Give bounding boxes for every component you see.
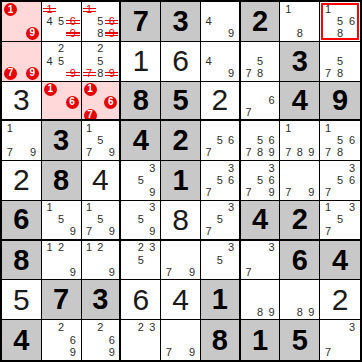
cell-r1c9-selected[interactable]: 1568 (320, 2, 360, 42)
candidate-7-circled: 7 (84, 109, 97, 122)
pencilmarks: 16 (42, 82, 81, 120)
strike-line (105, 23, 118, 24)
cell-r6c1[interactable]: 6 (2, 201, 42, 241)
candidate-4: 4 (44, 15, 56, 27)
cell-r7c1[interactable]: 8 (2, 241, 42, 281)
candidate-7: 7 (203, 147, 214, 159)
cell-r6c3[interactable]: 1579 (82, 201, 122, 241)
candidate-9: 9 (225, 67, 236, 79)
cell-r2c5[interactable]: 6 (161, 42, 201, 82)
candidate-3: 3 (266, 162, 278, 174)
pencilmarks: 56789 (241, 121, 280, 160)
pencilmarks: 15689 (82, 2, 120, 41)
strike-line (105, 75, 118, 76)
given-value: 7 (133, 7, 149, 36)
cell-r2c7[interactable]: 578 (241, 42, 281, 82)
cell-r6c7[interactable]: 4 (241, 201, 281, 241)
cell-r1c6[interactable]: 49 (201, 2, 241, 42)
candidate-9: 9 (67, 266, 79, 278)
given-value: 5 (172, 86, 188, 115)
pencilmarks: 578 (241, 42, 280, 81)
cell-r9c1[interactable]: 4 (2, 320, 42, 360)
candidate-6: 6 (346, 135, 358, 147)
cell-r2c2[interactable]: 2459 (42, 42, 82, 82)
cell-r5c6[interactable]: 3567 (201, 161, 241, 201)
candidate-8: 8 (334, 28, 346, 40)
candidate-3: 3 (147, 321, 159, 334)
cell-r7c8[interactable]: 6 (280, 241, 320, 281)
candidate-1: 1 (44, 242, 56, 254)
candidate-9: 9 (106, 226, 117, 238)
cell-r4c1[interactable]: 179 (2, 121, 42, 161)
given-value: 2 (292, 205, 308, 234)
cell-r9c2[interactable]: 269 (42, 320, 82, 360)
cell-r4c6[interactable]: 567 (201, 121, 241, 161)
candidate-2: 2 (55, 321, 67, 334)
cell-r1c8[interactable]: 18 (280, 2, 320, 42)
pencilmarks: 1579 (82, 201, 120, 239)
candidate-3: 3 (266, 242, 278, 254)
pencilmarks: 235 (121, 241, 160, 280)
candidate-7: 7 (243, 266, 255, 278)
cell-r4c5[interactable]: 2 (161, 121, 201, 161)
candidate-9: 9 (106, 147, 117, 159)
pencilmarks: 14569 (42, 2, 81, 41)
cell-r9c6[interactable]: 8 (201, 320, 241, 360)
candidate-5: 5 (55, 214, 67, 226)
cell-r6c5[interactable]: 8 (161, 201, 201, 241)
candidate-3: 3 (346, 202, 358, 214)
pencilmarks: 1568 (320, 2, 360, 41)
pencilmarks: 79 (280, 161, 319, 200)
pencilmarks: 1579 (82, 121, 120, 160)
cell-r3c6[interactable]: 2 (201, 82, 241, 122)
candidate-9-eliminated: 9 (67, 28, 79, 40)
candidate-5: 5 (334, 214, 346, 226)
pencilmarks: 19 (2, 2, 41, 41)
candidate-6: 6 (106, 334, 117, 347)
candidate-7: 7 (282, 187, 294, 199)
candidate-5: 5 (334, 135, 346, 147)
given-value: 5 (292, 326, 308, 355)
candidate-5: 5 (334, 55, 346, 67)
candidate-9: 9 (306, 306, 318, 318)
cell-r7c5[interactable]: 79 (161, 241, 201, 281)
candidate-3: 3 (147, 242, 159, 254)
pencilmarks: 67 (241, 82, 280, 120)
pencilmarks: 35 (201, 241, 239, 280)
candidate-8: 8 (334, 147, 346, 159)
candidate-6: 6 (346, 15, 358, 27)
cell-r3c1[interactable]: 3 (2, 82, 42, 122)
strike-line (66, 32, 80, 33)
candidate-1: 1 (282, 3, 294, 15)
cell-r4c7[interactable]: 56789 (241, 121, 281, 161)
given-value: 8 (133, 86, 149, 115)
candidate-2: 2 (95, 43, 106, 55)
cell-r5c4[interactable]: 359 (121, 161, 161, 201)
candidate-6: 6 (266, 135, 278, 147)
cell-r2c1[interactable]: 79 (2, 42, 42, 82)
given-value: 3 (172, 7, 188, 36)
candidate-8: 8 (254, 306, 266, 318)
cell-r6c4[interactable]: 359 (121, 201, 161, 241)
candidate-5: 5 (214, 254, 225, 266)
given-value: 4 (13, 326, 29, 355)
candidate-5: 5 (95, 15, 106, 27)
cell-r7c7[interactable]: 37 (241, 241, 281, 281)
strike-line (66, 75, 80, 76)
candidate-8: 8 (95, 67, 106, 79)
candidate-8: 8 (294, 28, 306, 40)
candidate-7: 7 (282, 147, 294, 159)
given-value: 6 (13, 205, 29, 234)
candidate-8: 8 (334, 67, 346, 79)
candidate-1: 1 (322, 3, 334, 15)
candidate-1: 1 (44, 202, 56, 214)
candidate-7: 7 (84, 147, 95, 159)
candidate-1-eliminated: 1 (84, 3, 95, 15)
strike-line (83, 8, 96, 9)
candidate-7-circled: 7 (4, 67, 17, 80)
candidate-3: 3 (147, 162, 159, 174)
cell-r3c5[interactable]: 5 (161, 82, 201, 122)
candidate-2: 2 (135, 242, 147, 254)
candidate-7: 7 (243, 147, 255, 159)
candidate-7: 7 (84, 226, 95, 238)
solved-value: 4 (92, 165, 109, 195)
candidate-2: 2 (55, 43, 67, 55)
candidate-7: 7 (322, 147, 334, 159)
candidate-2: 2 (95, 321, 106, 334)
cell-r5c8[interactable]: 79 (280, 161, 320, 201)
cell-r9c3[interactable]: 269 (82, 320, 122, 360)
candidate-8: 8 (254, 147, 266, 159)
candidate-8: 8 (254, 67, 266, 79)
candidate-5: 5 (95, 214, 106, 226)
candidate-9: 9 (266, 306, 278, 318)
strike-line (66, 72, 80, 73)
candidate-1: 1 (84, 122, 95, 134)
candidate-9: 9 (147, 187, 159, 199)
pencilmarks: 35679 (241, 161, 280, 200)
cell-r6c6[interactable]: 357 (201, 201, 241, 241)
pencilmarks: 129 (42, 241, 81, 280)
candidate-5: 5 (214, 214, 225, 226)
candidate-9: 9 (225, 28, 236, 40)
cell-r9c8[interactable]: 5 (280, 320, 320, 360)
candidate-7: 7 (322, 187, 334, 199)
strike-line (105, 35, 118, 36)
pencilmarks: 357 (201, 201, 239, 239)
strike-line (83, 75, 96, 76)
candidate-5: 5 (135, 254, 147, 266)
pencilmarks: 269 (82, 320, 120, 360)
candidate-3: 3 (346, 321, 358, 334)
given-value: 8 (212, 326, 228, 355)
pencilmarks: 25789 (82, 42, 120, 81)
cell-r7c2[interactable]: 129 (42, 241, 82, 281)
cell-r2c3[interactable]: 25789 (82, 42, 122, 82)
given-value: 7 (53, 285, 69, 314)
cell-r9c9[interactable]: 37 (320, 320, 360, 360)
cell-r8c3[interactable]: 3 (82, 280, 122, 320)
pencilmarks: 359 (121, 201, 160, 239)
cell-r5c2[interactable]: 8 (42, 161, 82, 201)
candidate-5: 5 (214, 135, 225, 147)
cell-r5c9[interactable]: 3567 (320, 161, 360, 201)
solved-value: 1 (132, 46, 149, 76)
cell-r8c5[interactable]: 4 (161, 280, 201, 320)
candidate-5: 5 (135, 214, 147, 226)
candidate-3: 3 (346, 162, 358, 174)
candidate-1-eliminated: 1 (44, 3, 56, 15)
candidate-7: 7 (203, 187, 214, 199)
pencilmarks: 37 (320, 320, 360, 360)
pencilmarks: 179 (2, 121, 41, 160)
candidate-5: 5 (254, 174, 266, 186)
given-value: 1 (212, 285, 228, 314)
candidate-5: 5 (334, 174, 346, 186)
solved-value: 8 (172, 205, 189, 235)
candidate-6: 6 (67, 334, 79, 347)
candidate-7: 7 (4, 147, 16, 159)
candidate-9: 9 (266, 147, 278, 159)
solved-value: 5 (13, 285, 30, 315)
candidate-6: 6 (266, 174, 278, 186)
cell-r3c9[interactable]: 9 (320, 82, 360, 122)
strike-line (83, 72, 96, 73)
candidate-7: 7 (163, 266, 175, 278)
given-value: 3 (292, 47, 308, 76)
candidate-4: 4 (44, 55, 56, 67)
candidate-9: 9 (147, 226, 159, 238)
cell-r5c3[interactable]: 4 (82, 161, 122, 201)
candidate-9-eliminated: 9 (106, 28, 117, 40)
candidate-6-eliminated: 6 (106, 15, 117, 27)
candidate-8: 8 (294, 306, 306, 318)
pencilmarks: 1789 (280, 121, 319, 160)
sudoku-board: 1914569156897349218156879245925789164957… (0, 0, 362, 362)
given-value: 3 (53, 126, 69, 155)
cell-r1c5[interactable]: 3 (161, 2, 201, 42)
strike-line (66, 35, 80, 36)
cell-r6c9[interactable]: 1357 (320, 201, 360, 241)
cell-r2c6[interactable]: 49 (201, 42, 241, 82)
given-value: 4 (292, 86, 308, 115)
candidate-8: 8 (294, 147, 306, 159)
cell-r3c4[interactable]: 8 (121, 82, 161, 122)
candidate-7: 7 (243, 106, 255, 118)
candidate-7: 7 (203, 226, 214, 238)
pencilmarks: 359 (121, 161, 160, 200)
pencilmarks: 79 (161, 241, 200, 280)
cell-r6c2[interactable]: 159 (42, 201, 82, 241)
strike-line (105, 32, 118, 33)
cell-r8c8[interactable]: 89 (280, 280, 320, 320)
candidate-9: 9 (27, 147, 39, 159)
candidate-5: 5 (55, 55, 67, 67)
cell-r4c2[interactable]: 3 (42, 121, 82, 161)
cell-r9c7[interactable]: 1 (241, 320, 281, 360)
candidate-9: 9 (106, 346, 117, 359)
candidate-9: 9 (266, 187, 278, 199)
strike-line (43, 11, 57, 12)
candidate-3: 3 (225, 162, 236, 174)
candidate-9: 9 (306, 147, 318, 159)
candidate-9: 9 (106, 266, 117, 278)
pencilmarks: 567 (201, 121, 239, 160)
cell-r9c4[interactable]: 23 (121, 320, 161, 360)
strike-line (43, 8, 57, 9)
candidate-5: 5 (135, 174, 147, 186)
pencilmarks: 79 (2, 42, 41, 81)
pencilmarks: 159 (42, 201, 81, 239)
given-value: 2 (172, 126, 188, 155)
candidate-4: 4 (203, 15, 214, 27)
cell-r4c9[interactable]: 15678 (320, 121, 360, 161)
pencilmarks: 2459 (42, 42, 81, 81)
candidate-7: 7 (322, 226, 334, 238)
given-value: 4 (133, 126, 149, 155)
cell-r2c8[interactable]: 3 (280, 42, 320, 82)
pencilmarks: 578 (320, 42, 360, 81)
cell-r8c1[interactable]: 5 (2, 280, 42, 320)
strike-line (66, 23, 80, 24)
solved-value: 4 (172, 285, 189, 315)
solved-value: 6 (132, 285, 149, 315)
candidate-5: 5 (55, 15, 67, 27)
cell-r1c1[interactable]: 19 (2, 2, 42, 42)
given-value: 2 (252, 7, 268, 36)
candidate-5: 5 (334, 15, 346, 27)
candidate-5: 5 (95, 135, 106, 147)
cell-r4c3[interactable]: 1579 (82, 121, 122, 161)
given-value: 8 (13, 246, 29, 275)
candidate-9: 9 (306, 187, 318, 199)
candidate-7: 7 (322, 346, 334, 359)
candidate-3: 3 (225, 202, 236, 214)
candidate-9-eliminated: 9 (106, 67, 117, 79)
candidate-5: 5 (254, 135, 266, 147)
cell-r3c2[interactable]: 16 (42, 82, 82, 122)
cell-r1c4[interactable]: 7 (121, 2, 161, 42)
strike-line (105, 72, 118, 73)
pencilmarks: 1357 (320, 201, 360, 239)
candidate-6: 6 (225, 174, 236, 186)
candidate-1: 1 (84, 202, 95, 214)
pencilmarks: 15678 (320, 121, 360, 160)
cell-r1c2[interactable]: 14569 (42, 2, 82, 42)
pencilmarks: 3567 (320, 161, 360, 200)
cell-r6c8[interactable]: 2 (280, 201, 320, 241)
candidate-2: 2 (55, 242, 67, 254)
candidate-1: 1 (282, 122, 294, 134)
cell-r8c4[interactable]: 6 (121, 280, 161, 320)
pencilmarks: 89 (280, 280, 319, 319)
strike-line (83, 11, 96, 12)
given-value: 4 (252, 205, 268, 234)
strike-line (105, 20, 118, 21)
pencilmarks: 49 (201, 42, 239, 81)
solved-value: 6 (172, 46, 189, 76)
cell-r7c3[interactable]: 129 (82, 241, 122, 281)
pencilmarks: 129 (82, 241, 120, 280)
cell-r1c3[interactable]: 15689 (82, 2, 122, 42)
candidate-7: 7 (322, 67, 334, 79)
cell-r2c4[interactable]: 1 (121, 42, 161, 82)
candidate-9-eliminated: 9 (67, 67, 79, 79)
candidate-6-circled: 6 (66, 96, 79, 109)
pencilmarks: 269 (42, 320, 81, 360)
cell-r1c7[interactable]: 2 (241, 2, 281, 42)
cell-r9c5[interactable]: 79 (161, 320, 201, 360)
candidate-9: 9 (67, 346, 79, 359)
cell-r4c8[interactable]: 1789 (280, 121, 320, 161)
cell-r5c7[interactable]: 35679 (241, 161, 281, 201)
pencilmarks: 37 (241, 241, 280, 280)
cell-r2c9[interactable]: 578 (320, 42, 360, 82)
candidate-7: 7 (243, 67, 255, 79)
candidate-7-eliminated: 7 (84, 67, 95, 79)
cell-r5c1[interactable]: 2 (2, 161, 42, 201)
candidate-6-circled: 6 (104, 96, 117, 109)
given-value: 1 (252, 326, 268, 355)
candidate-6: 6 (225, 135, 236, 147)
pencilmarks: 79 (161, 320, 200, 360)
candidate-2: 2 (95, 242, 106, 254)
given-value: 3 (92, 285, 108, 314)
candidate-6: 6 (346, 174, 358, 186)
given-value: 4 (332, 246, 348, 275)
cell-r7c9[interactable]: 4 (320, 241, 360, 281)
cell-r3c7[interactable]: 67 (241, 82, 281, 122)
candidate-1: 1 (84, 242, 95, 254)
cell-r4c4[interactable]: 4 (121, 121, 161, 161)
candidate-1: 1 (322, 202, 334, 214)
candidate-9: 9 (186, 266, 198, 278)
pencilmarks: 49 (201, 2, 239, 41)
candidate-3: 3 (147, 202, 159, 214)
cell-r5c5[interactable]: 1 (161, 161, 201, 201)
candidate-5: 5 (214, 174, 225, 186)
solved-value: 3 (13, 85, 30, 115)
candidate-6: 6 (266, 94, 278, 106)
candidate-2: 2 (135, 321, 147, 334)
given-value: 6 (292, 246, 308, 275)
candidate-1: 1 (322, 122, 334, 134)
cell-r3c3[interactable]: 167 (82, 82, 122, 122)
candidate-9-circled: 9 (26, 67, 39, 80)
cell-r8c2[interactable]: 7 (42, 280, 82, 320)
candidate-1-circled: 1 (4, 3, 17, 16)
candidate-9: 9 (67, 226, 79, 238)
candidate-1: 1 (4, 122, 16, 134)
candidate-7: 7 (163, 346, 175, 359)
cell-r7c6[interactable]: 35 (201, 241, 241, 281)
cell-r8c9[interactable]: 2 (320, 280, 360, 320)
given-value: 1 (172, 166, 188, 195)
candidate-3: 3 (225, 242, 236, 254)
cell-r8c7[interactable]: 89 (241, 280, 281, 320)
cell-r8c6[interactable]: 1 (201, 280, 241, 320)
cell-r7c4[interactable]: 235 (121, 241, 161, 281)
candidate-8: 8 (95, 28, 106, 40)
solved-value: 2 (332, 285, 349, 315)
pencilmarks: 23 (121, 320, 160, 360)
given-value: 9 (332, 86, 348, 115)
cell-r3c8[interactable]: 4 (280, 82, 320, 122)
